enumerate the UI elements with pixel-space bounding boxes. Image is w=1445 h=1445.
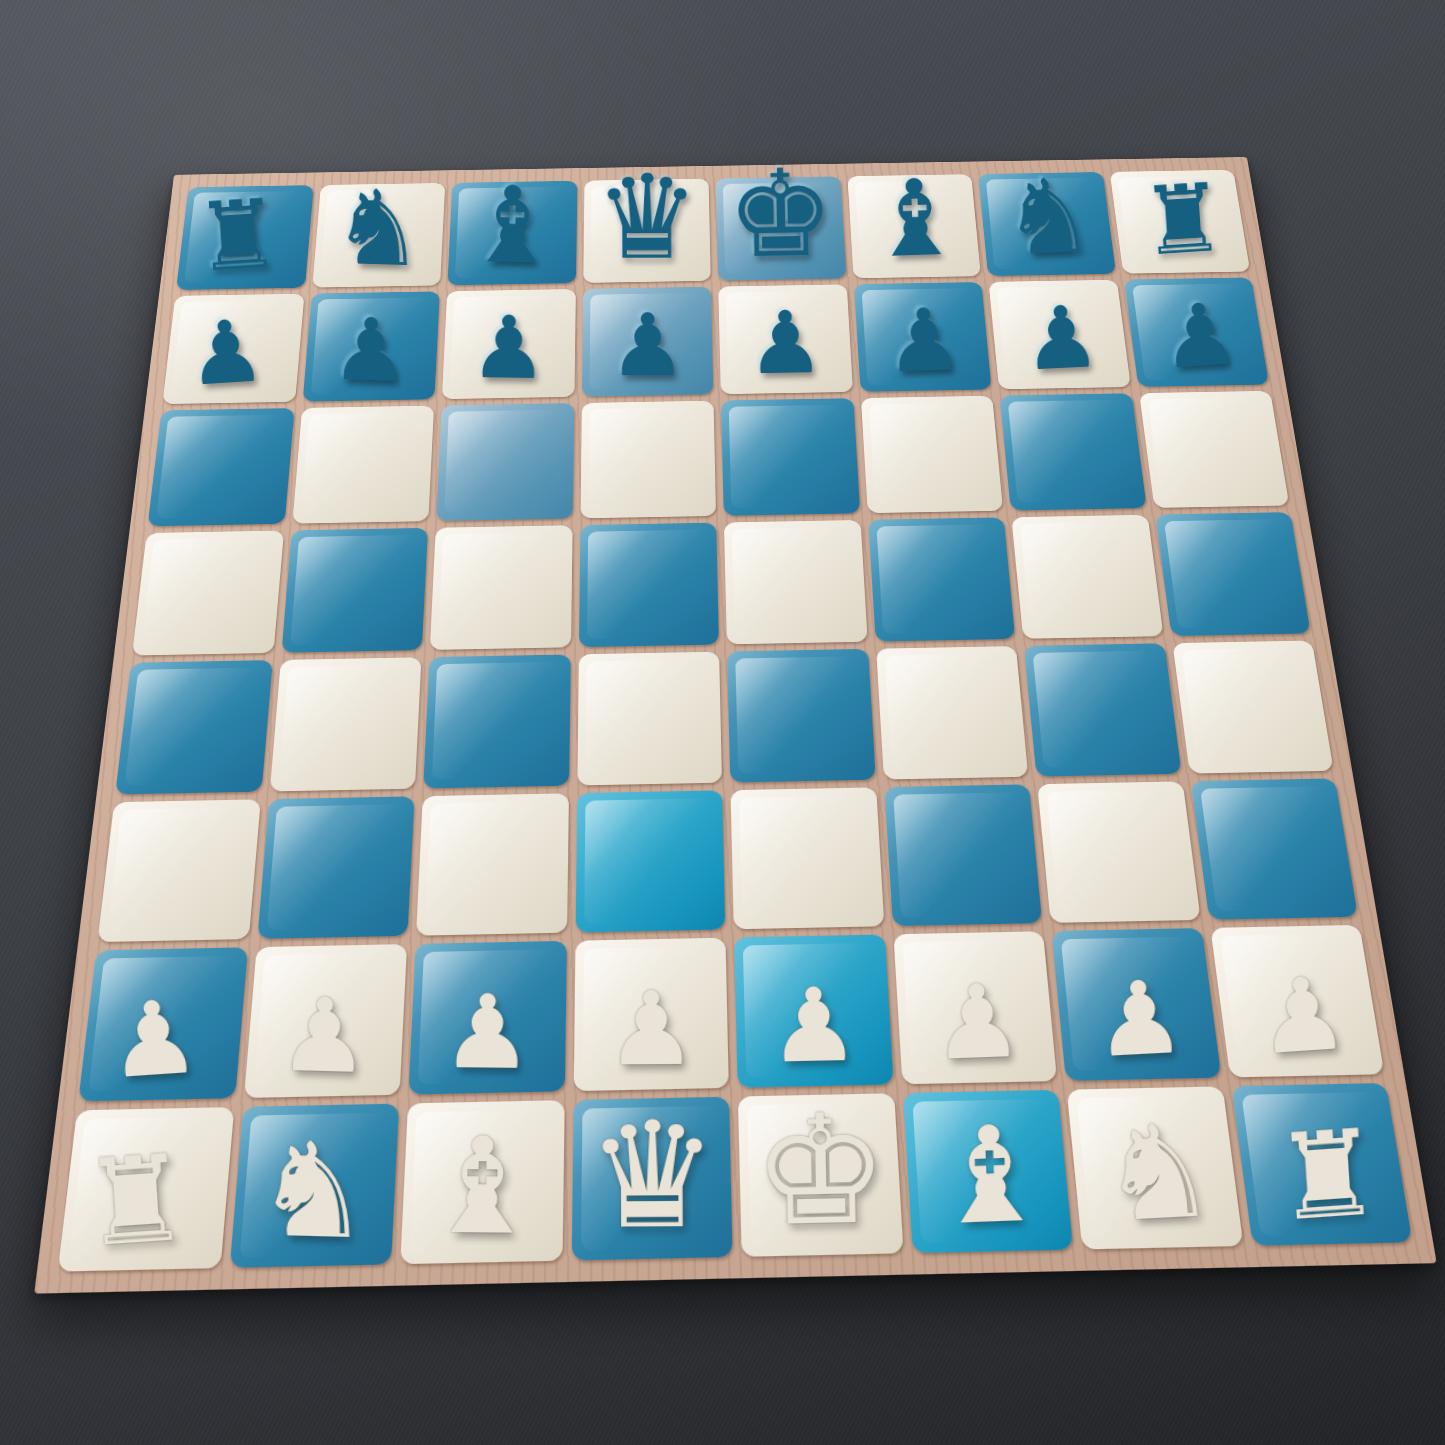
square-g4[interactable] (1023, 643, 1180, 776)
square-f6[interactable] (860, 396, 1003, 513)
square-a8[interactable]: ♜ (176, 185, 313, 289)
square-d2[interactable]: ♟ (573, 938, 729, 1091)
piece-f7-teal-pawn[interactable]: ♟ (856, 296, 990, 386)
square-b7[interactable]: ♟ (302, 291, 440, 402)
square-c8[interactable]: ♝ (447, 181, 577, 285)
square-b8[interactable]: ♞ (311, 183, 444, 287)
piece-a2-cream-pawn[interactable]: ♟ (72, 983, 234, 1095)
photo-background: ♜♞♝♛♚♝♞♜♟♟♟♟♟♟♟♟♟♟♟♟♟♟♟♟♜♞♝♛♚♝♞♜ (0, 0, 1445, 1445)
piece-e2-cream-pawn[interactable]: ♟ (735, 974, 892, 1079)
square-b3[interactable] (256, 796, 414, 939)
square-f5[interactable] (867, 517, 1014, 642)
square-h7[interactable]: ♟ (1123, 277, 1268, 387)
square-h5[interactable] (1154, 512, 1310, 636)
piece-f1-cream-bishop[interactable]: ♝ (907, 1106, 1072, 1245)
square-c1[interactable]: ♝ (400, 1100, 564, 1265)
piece-c8-teal-bishop[interactable]: ♝ (447, 171, 576, 278)
piece-d7-teal-pawn[interactable]: ♟ (581, 303, 713, 389)
square-e8[interactable]: ♚ (715, 176, 845, 280)
piece-c1-cream-bishop[interactable]: ♝ (400, 1119, 563, 1254)
square-g5[interactable] (1011, 514, 1163, 638)
square-h3[interactable] (1190, 778, 1358, 920)
square-d5[interactable] (578, 522, 718, 647)
piece-f2-cream-pawn[interactable]: ♟ (897, 969, 1055, 1076)
piece-b7-teal-pawn[interactable]: ♟ (302, 306, 436, 396)
board-perspective-wrapper: ♜♞♝♛♚♝♞♜♟♟♟♟♟♟♟♟♟♟♟♟♟♟♟♟♜♞♝♛♚♝♞♜ (34, 157, 1437, 1294)
piece-g8-teal-knight[interactable]: ♞ (982, 162, 1114, 271)
square-c3[interactable] (416, 793, 568, 936)
piece-e7-teal-pawn[interactable]: ♟ (719, 299, 852, 387)
piece-b8-teal-knight[interactable]: ♞ (312, 174, 443, 282)
square-d7[interactable]: ♟ (581, 286, 713, 396)
piece-d8-teal-queen[interactable]: ♛ (582, 159, 710, 276)
square-a5[interactable] (131, 530, 283, 655)
square-b6[interactable] (291, 406, 433, 524)
square-e7[interactable]: ♟ (718, 284, 852, 394)
square-g3[interactable] (1037, 781, 1200, 923)
square-c5[interactable] (429, 525, 571, 650)
square-e6[interactable] (720, 398, 859, 515)
plywood-base: ♜♞♝♛♚♝♞♜♟♟♟♟♟♟♟♟♟♟♟♟♟♟♟♟♜♞♝♛♚♝♞♜ (34, 157, 1437, 1294)
square-c6[interactable] (436, 403, 574, 520)
square-c7[interactable]: ♟ (441, 289, 575, 399)
square-a4[interactable] (115, 660, 272, 794)
square-g6[interactable] (999, 393, 1146, 510)
square-h6[interactable] (1138, 391, 1289, 508)
square-e3[interactable] (730, 787, 883, 929)
piece-d2-cream-pawn[interactable]: ♟ (572, 978, 728, 1080)
piece-h7-teal-pawn[interactable]: ♟ (1131, 289, 1267, 383)
square-f1[interactable]: ♝ (902, 1089, 1073, 1253)
square-g1[interactable]: ♞ (1066, 1086, 1242, 1250)
square-e5[interactable] (723, 520, 866, 645)
square-a1[interactable]: ♜ (57, 1106, 233, 1271)
piece-h1-cream-rook[interactable]: ♜ (1243, 1111, 1411, 1241)
square-b1[interactable]: ♞ (229, 1103, 399, 1268)
square-f2[interactable]: ♟ (892, 931, 1056, 1083)
piece-g7-teal-pawn[interactable]: ♟ (994, 293, 1129, 385)
piece-b1-cream-knight[interactable]: ♞ (229, 1124, 394, 1259)
piece-a8-teal-rook[interactable]: ♜ (170, 184, 304, 287)
square-c2[interactable]: ♟ (408, 941, 566, 1094)
square-f7[interactable]: ♟ (853, 282, 991, 392)
piece-a1-cream-rook[interactable]: ♜ (51, 1136, 220, 1266)
square-a3[interactable] (97, 799, 260, 942)
square-h4[interactable] (1171, 641, 1333, 774)
square-e4[interactable] (727, 649, 875, 782)
piece-a7-teal-pawn[interactable]: ♟ (157, 306, 295, 401)
square-g7[interactable]: ♟ (988, 279, 1130, 389)
square-f4[interactable] (875, 646, 1028, 779)
square-d4[interactable] (576, 652, 721, 785)
square-d6[interactable] (580, 401, 716, 518)
square-h1[interactable]: ♜ (1230, 1082, 1412, 1245)
piece-c7-teal-pawn[interactable]: ♟ (442, 304, 575, 392)
square-a2[interactable]: ♟ (78, 947, 247, 1101)
square-e1[interactable]: ♚ (737, 1093, 902, 1257)
square-b4[interactable] (269, 657, 421, 791)
piece-e1-cream-king[interactable]: ♚ (738, 1093, 902, 1248)
piece-b2-cream-pawn[interactable]: ♟ (244, 983, 403, 1089)
piece-h2-cream-pawn[interactable]: ♟ (1221, 960, 1382, 1072)
square-h2[interactable]: ♟ (1209, 925, 1383, 1077)
square-a7[interactable]: ♟ (162, 293, 304, 404)
square-d8[interactable]: ♛ (582, 179, 710, 283)
chess-board: ♜♞♝♛♚♝♞♜♟♟♟♟♟♟♟♟♟♟♟♟♟♟♟♟♜♞♝♛♚♝♞♜ (57, 170, 1412, 1272)
piece-h8-teal-rook[interactable]: ♜ (1115, 168, 1248, 270)
square-d1[interactable]: ♛ (571, 1096, 732, 1260)
piece-e8-teal-king[interactable]: ♚ (715, 152, 845, 274)
square-b5[interactable] (281, 527, 428, 652)
piece-f8-teal-bishop[interactable]: ♝ (849, 164, 980, 273)
square-c4[interactable] (423, 654, 570, 788)
square-a6[interactable] (147, 408, 294, 526)
square-f8[interactable]: ♝ (846, 174, 980, 278)
square-b2[interactable]: ♟ (243, 944, 407, 1097)
square-g2[interactable]: ♟ (1051, 928, 1220, 1080)
piece-g2-cream-pawn[interactable]: ♟ (1060, 965, 1220, 1074)
square-h8[interactable]: ♜ (1109, 170, 1250, 273)
square-f3[interactable] (883, 784, 1041, 926)
piece-c2-cream-pawn[interactable]: ♟ (408, 981, 565, 1084)
square-g8[interactable]: ♞ (978, 172, 1115, 276)
square-d3[interactable] (575, 790, 725, 933)
piece-d1-cream-queen[interactable]: ♛ (570, 1102, 732, 1250)
square-e2[interactable]: ♟ (734, 934, 893, 1087)
piece-g1-cream-knight[interactable]: ♞ (1074, 1104, 1241, 1243)
